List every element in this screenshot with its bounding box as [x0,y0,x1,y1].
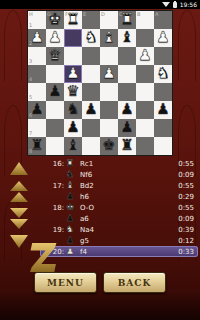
file-label: D [101,12,105,17]
move-text: Nf6 [76,171,168,179]
square-c5[interactable] [118,83,136,101]
square-c1[interactable]: C♜ [118,11,136,29]
square-c2[interactable]: ♝ [118,29,136,47]
square-f1[interactable]: F♜ [64,11,82,29]
black-pawn-icon: ♟ [64,236,76,245]
square-g3[interactable]: ♛ [46,47,64,65]
square-a8[interactable] [154,137,172,155]
white-rook-icon: ♜ [64,159,76,168]
square-d8[interactable]: ♚ [100,137,118,155]
move-number: 18: [40,204,64,212]
square-g1[interactable]: G♚ [46,11,64,29]
square-h1[interactable]: H1 [28,11,46,29]
move-row-20w[interactable]: 20:♟f40:33 [40,246,198,257]
square-a5[interactable] [154,83,172,101]
square-e3[interactable] [82,47,100,65]
move-text: Rc1 [76,160,168,168]
square-a3[interactable] [154,47,172,65]
black-pawn-e6[interactable]: ♟ [84,102,97,117]
white-queen-g3[interactable]: ♛ [48,48,61,63]
black-pawn-c6[interactable]: ♟ [120,102,133,117]
square-b7[interactable] [136,119,154,137]
white-knight-icon: ♞ [64,225,76,234]
rank-label: 4 [29,77,32,82]
move-row-16w[interactable]: 16:♜Rc10:55 [40,158,198,169]
square-d6[interactable] [100,101,118,119]
move-time: 0:55 [168,160,198,168]
black-bishop-c2[interactable]: ♝ [120,30,133,45]
move-text: g5 [76,237,168,245]
square-c8[interactable]: ♜ [118,137,136,155]
move-number: 16: [40,160,64,168]
black-knight-icon: ♞ [64,170,76,179]
square-b8[interactable] [136,137,154,155]
move-time: 0:12 [168,237,198,245]
square-h7[interactable]: 7 [28,119,46,137]
move-time: 0:55 [168,182,198,190]
square-e4[interactable] [82,65,100,83]
move-number: 17: [40,182,64,190]
square-c4[interactable] [118,65,136,83]
square-a6[interactable]: ♟ [154,101,172,119]
black-pawn-f7[interactable]: ♟ [66,120,79,135]
file-label: E [83,12,86,17]
move-text: a6 [76,215,168,223]
move-time: 0:33 [168,248,198,256]
rank-label: 3 [29,59,32,64]
double-down-arrow-icon[interactable] [10,208,28,229]
square-d7[interactable] [100,119,118,137]
black-pawn-icon: ♟ [64,192,76,201]
square-b5[interactable] [136,83,154,101]
square-a7[interactable] [154,119,172,137]
square-f2[interactable] [64,29,82,47]
chess-board[interactable]: H1G♚F♜EDC♜BA2♟♟♞♝♝♟3♛♟4♟♟♞5♟♛6♟♞♟♟♟7♟♟8♜… [28,11,172,155]
move-time: 0:09 [168,171,198,179]
white-pawn-d4[interactable]: ♟ [102,66,115,81]
square-f3[interactable] [64,47,82,65]
square-d4[interactable]: ♟ [100,65,118,83]
move-time: 0:39 [168,226,198,234]
menu-button[interactable]: MENU [34,272,97,293]
move-row-b7[interactable]: ♟g50:12 [40,235,198,246]
square-h8[interactable]: 8♜ [28,137,46,155]
square-g8[interactable] [46,137,64,155]
status-bar: 19:56 [0,0,200,9]
move-time: 0:09 [168,215,198,223]
square-e1[interactable]: E [82,11,100,29]
white-rook-f1[interactable]: ♜ [66,12,79,27]
square-h5[interactable]: 5 [28,83,46,101]
white-pawn-icon: ♟ [64,247,76,256]
square-e8[interactable] [82,137,100,155]
wifi-icon [162,2,170,7]
left-ornament [0,10,26,310]
square-b1[interactable]: B [136,11,154,29]
move-text: f4 [76,248,168,256]
back-button[interactable]: BACK [103,272,166,293]
square-e2[interactable]: ♞ [82,29,100,47]
square-c7[interactable]: ♟ [118,119,136,137]
black-rook-c8[interactable]: ♜ [120,138,133,153]
square-b2[interactable] [136,29,154,47]
move-row-18w[interactable]: 18:♚O-O0:55 [40,202,198,213]
black-pawn-c7[interactable]: ♟ [120,120,133,135]
square-d2[interactable]: ♝ [100,29,118,47]
white-king-icon: ♚ [64,203,76,212]
square-h4[interactable]: 4 [28,65,46,83]
move-row-17w[interactable]: 17:♝Bd20:55 [40,180,198,191]
square-h3[interactable]: 3 [28,47,46,65]
square-h6[interactable]: 6♟ [28,101,46,119]
file-label: A [155,12,158,17]
white-knight-e2[interactable]: ♞ [84,30,97,45]
square-e7[interactable] [82,119,100,137]
black-rook-h8[interactable]: ♜ [30,138,43,153]
white-pawn-g2[interactable]: ♟ [48,30,61,45]
move-text: O-O [76,204,168,212]
square-c3[interactable] [118,47,136,65]
move-row-b1[interactable]: ♞Nf60:09 [40,169,198,180]
square-g5[interactable]: ♟ [46,83,64,101]
white-bishop-icon: ♝ [64,181,76,190]
move-time: 0:29 [168,193,198,201]
square-e5[interactable] [82,83,100,101]
double-up-arrow-icon[interactable] [10,181,28,202]
move-text: h6 [76,193,168,201]
black-knight-f6[interactable]: ♞ [66,102,79,117]
white-pawn-a2[interactable]: ♟ [156,30,169,45]
move-number: 19: [40,226,64,234]
status-time: 19:56 [180,2,197,8]
square-f8[interactable]: ♝ [64,137,82,155]
square-a4[interactable]: ♞ [154,65,172,83]
black-bishop-f8[interactable]: ♝ [66,138,79,153]
square-f6[interactable]: ♞ [64,101,82,119]
lightning-icon [30,243,57,272]
white-bishop-d2[interactable]: ♝ [102,30,115,45]
square-d3[interactable] [100,47,118,65]
square-d5[interactable] [100,83,118,101]
move-list[interactable]: 16:♜Rc10:55♞Nf60:0917:♝Bd20:55♟h60:2918:… [40,158,198,257]
square-c6[interactable]: ♟ [118,101,136,119]
square-b6[interactable] [136,101,154,119]
white-pawn-b3[interactable]: ♟ [138,48,151,63]
square-f4[interactable]: ♟ [64,65,82,83]
white-rook-c1[interactable]: ♜ [120,12,133,27]
black-queen-f5[interactable]: ♛ [66,84,79,99]
black-king-d8[interactable]: ♚ [102,138,115,153]
white-knight-a4[interactable]: ♞ [156,66,169,81]
battery-icon [173,2,177,8]
chess-app-screen: 19:56 H1G♚F♜EDC♜BA2♟♟♞♝♝♟3♛♟4♟♟♞5♟♛6♟♞♟♟… [0,0,200,320]
square-b4[interactable] [136,65,154,83]
black-pawn-a6[interactable]: ♟ [156,102,169,117]
move-row-b5[interactable]: ♟a60:09 [40,213,198,224]
square-f5[interactable]: ♛ [64,83,82,101]
move-nav [9,162,29,248]
file-label: B [137,12,140,17]
square-d1[interactable]: D [100,11,118,29]
move-time: 0:55 [168,204,198,212]
move-text: Na4 [76,226,168,234]
down-arrow-icon[interactable] [10,235,28,248]
square-h2[interactable]: 2♟ [28,29,46,47]
move-row-b3[interactable]: ♟h60:29 [40,191,198,202]
black-pawn-g5[interactable]: ♟ [48,84,61,99]
square-e6[interactable]: ♟ [82,101,100,119]
up-arrow-icon[interactable] [10,162,28,175]
move-text: Bd2 [76,182,168,190]
white-pawn-h2[interactable]: ♟ [30,30,43,45]
file-label: H [29,12,33,17]
square-g2[interactable]: ♟ [46,29,64,47]
move-row-19w[interactable]: 19:♞Na40:39 [40,224,198,235]
square-b3[interactable]: ♟ [136,47,154,65]
square-g4[interactable] [46,65,64,83]
square-a2[interactable]: ♟ [154,29,172,47]
square-a1[interactable]: A [154,11,172,29]
black-pawn-h6[interactable]: ♟ [30,102,43,117]
square-g6[interactable] [46,101,64,119]
white-pawn-f4[interactable]: ♟ [66,66,79,81]
white-king-g1[interactable]: ♚ [48,12,61,27]
square-f7[interactable]: ♟ [64,119,82,137]
black-pawn-icon: ♟ [64,214,76,223]
square-g7[interactable] [46,119,64,137]
